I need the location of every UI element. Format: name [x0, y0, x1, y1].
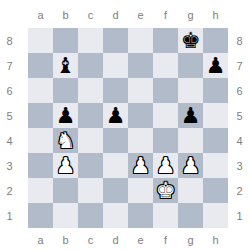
square-h8[interactable]	[203, 28, 228, 53]
square-f6[interactable]	[153, 78, 178, 103]
white-pawn-e3[interactable]: ♟	[131, 153, 151, 178]
square-a1[interactable]	[28, 203, 53, 228]
square-e4[interactable]	[128, 128, 153, 153]
square-a8[interactable]	[28, 28, 53, 53]
square-h3[interactable]	[203, 153, 228, 178]
white-pawn-g3[interactable]: ♟	[181, 153, 201, 178]
square-c2[interactable]	[78, 178, 103, 203]
black-pawn-g5[interactable]: ♟	[181, 103, 201, 128]
square-f7[interactable]	[153, 53, 178, 78]
square-c6[interactable]	[78, 78, 103, 103]
square-b8[interactable]	[53, 28, 78, 53]
square-a5[interactable]	[28, 103, 53, 128]
file-label-top-d: d	[103, 0, 128, 28]
file-label-top-c: c	[78, 0, 103, 28]
square-d3[interactable]	[103, 153, 128, 178]
white-pawn-f3[interactable]: ♟	[156, 153, 176, 178]
square-h2[interactable]	[203, 178, 228, 203]
rank-label-left-2: 2	[0, 178, 28, 203]
file-label-top-g: g	[178, 0, 203, 28]
square-h5[interactable]	[203, 103, 228, 128]
file-label-bottom-d: d	[103, 228, 128, 251]
black-king-g8[interactable]: ♚	[181, 28, 201, 53]
square-c7[interactable]	[78, 53, 103, 78]
square-h4[interactable]	[203, 128, 228, 153]
square-f5[interactable]	[153, 103, 178, 128]
file-label-top-e: e	[128, 0, 153, 28]
square-c4[interactable]	[78, 128, 103, 153]
square-b6[interactable]	[53, 78, 78, 103]
white-knight-b4[interactable]: ♞	[56, 128, 76, 153]
rank-label-left-4: 4	[0, 128, 28, 153]
rank-label-right-8: 8	[228, 28, 249, 53]
file-label-top-b: b	[53, 0, 78, 28]
square-f8[interactable]	[153, 28, 178, 53]
file-label-bottom-f: f	[153, 228, 178, 251]
square-e7[interactable]	[128, 53, 153, 78]
square-c3[interactable]	[78, 153, 103, 178]
square-g8[interactable]: ♚	[178, 28, 203, 53]
square-g4[interactable]	[178, 128, 203, 153]
square-a4[interactable]	[28, 128, 53, 153]
file-label-top-f: f	[153, 0, 178, 28]
rank-label-right-6: 6	[228, 78, 249, 103]
square-d6[interactable]	[103, 78, 128, 103]
square-e8[interactable]	[128, 28, 153, 53]
square-f2[interactable]: ♚	[153, 178, 178, 203]
corner-top-right	[228, 0, 249, 28]
square-d7[interactable]	[103, 53, 128, 78]
square-b1[interactable]	[53, 203, 78, 228]
square-h1[interactable]	[203, 203, 228, 228]
rank-label-left-6: 6	[0, 78, 28, 103]
square-g7[interactable]	[178, 53, 203, 78]
square-c1[interactable]	[78, 203, 103, 228]
rank-label-left-1: 1	[0, 203, 28, 228]
square-e6[interactable]	[128, 78, 153, 103]
square-g6[interactable]	[178, 78, 203, 103]
square-e5[interactable]	[128, 103, 153, 128]
rank-label-right-7: 7	[228, 53, 249, 78]
square-d5[interactable]: ♟	[103, 103, 128, 128]
square-e3[interactable]: ♟	[128, 153, 153, 178]
square-a7[interactable]	[28, 53, 53, 78]
rank-label-left-3: 3	[0, 153, 28, 178]
black-pawn-h7[interactable]: ♟	[206, 53, 226, 78]
file-label-bottom-b: b	[53, 228, 78, 251]
square-a6[interactable]	[28, 78, 53, 103]
square-f4[interactable]	[153, 128, 178, 153]
square-b2[interactable]	[53, 178, 78, 203]
file-label-bottom-g: g	[178, 228, 203, 251]
rank-label-right-5: 5	[228, 103, 249, 128]
square-d2[interactable]	[103, 178, 128, 203]
square-g2[interactable]	[178, 178, 203, 203]
white-pawn-b3[interactable]: ♟	[56, 153, 76, 178]
corner-bottom-left	[0, 228, 28, 251]
square-h7[interactable]: ♟	[203, 53, 228, 78]
square-g1[interactable]	[178, 203, 203, 228]
square-g3[interactable]: ♟	[178, 153, 203, 178]
square-f1[interactable]	[153, 203, 178, 228]
square-b3[interactable]: ♟	[53, 153, 78, 178]
square-g5[interactable]: ♟	[178, 103, 203, 128]
file-label-bottom-a: a	[28, 228, 53, 251]
square-e1[interactable]	[128, 203, 153, 228]
black-pawn-b5[interactable]: ♟	[56, 103, 76, 128]
corner-top-left	[0, 0, 28, 28]
rank-label-left-5: 5	[0, 103, 28, 128]
square-h6[interactable]	[203, 78, 228, 103]
rank-label-right-4: 4	[228, 128, 249, 153]
black-pawn-d5[interactable]: ♟	[106, 103, 126, 128]
rank-label-left-8: 8	[0, 28, 28, 53]
file-label-top-h: h	[203, 0, 228, 28]
square-c8[interactable]	[78, 28, 103, 53]
square-e2[interactable]	[128, 178, 153, 203]
file-label-bottom-h: h	[203, 228, 228, 251]
white-king-f2[interactable]: ♚	[156, 178, 176, 203]
file-label-bottom-c: c	[78, 228, 103, 251]
rank-label-right-3: 3	[228, 153, 249, 178]
black-bishop-b7[interactable]: ♝	[56, 53, 76, 78]
square-a2[interactable]	[28, 178, 53, 203]
square-d8[interactable]	[103, 28, 128, 53]
square-b4[interactable]: ♞	[53, 128, 78, 153]
rank-label-left-7: 7	[0, 53, 28, 78]
file-label-top-a: a	[28, 0, 53, 28]
rank-label-right-1: 1	[228, 203, 249, 228]
square-b7[interactable]: ♝	[53, 53, 78, 78]
chess-board-diagram: abcdefgh8♚87♝♟7665♟♟♟54♞43♟♟♟♟32♚211abcd…	[0, 0, 249, 251]
square-d4[interactable]	[103, 128, 128, 153]
file-label-bottom-e: e	[128, 228, 153, 251]
square-d1[interactable]	[103, 203, 128, 228]
square-c5[interactable]	[78, 103, 103, 128]
rank-label-right-2: 2	[228, 178, 249, 203]
board-grid: abcdefgh8♚87♝♟7665♟♟♟54♞43♟♟♟♟32♚211abcd…	[0, 0, 249, 251]
corner-bottom-right	[228, 228, 249, 251]
square-f3[interactable]: ♟	[153, 153, 178, 178]
square-a3[interactable]	[28, 153, 53, 178]
square-b5[interactable]: ♟	[53, 103, 78, 128]
